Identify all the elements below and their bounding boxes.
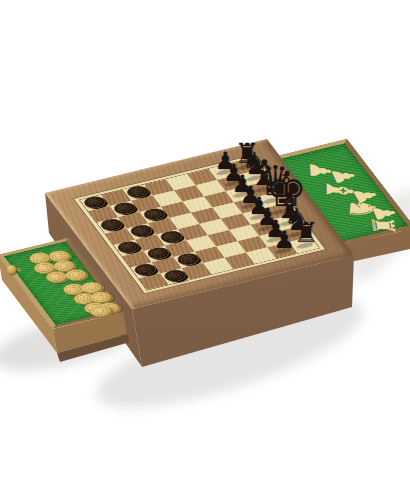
board-grid: ♟♜♟♞♟♝♟♛♟♚♟♝♟♞♟♜ [80, 158, 319, 290]
product-photo-scene: ♟♟♝♟♞♟♜ ♟♜♟♞♟♝♟♛♟♚♟♝♟♞♟♜ [0, 0, 410, 500]
brass-drawer-knob [7, 265, 16, 274]
natural-rook-lying: ♜ [366, 216, 399, 235]
black-rook-piece: ♜ [290, 219, 320, 247]
